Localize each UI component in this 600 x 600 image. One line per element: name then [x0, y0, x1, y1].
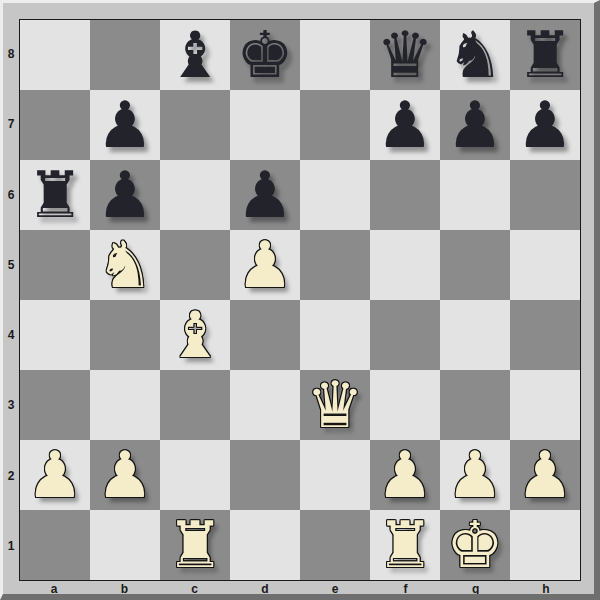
- square-d4[interactable]: [230, 300, 300, 370]
- square-h4[interactable]: [510, 300, 580, 370]
- square-a1[interactable]: [20, 510, 90, 580]
- file-label-d: d: [230, 582, 300, 595]
- square-d8[interactable]: ♚: [230, 20, 300, 90]
- square-b8[interactable]: [90, 20, 160, 90]
- square-h2[interactable]: ♟: [510, 440, 580, 510]
- square-a5[interactable]: [20, 230, 90, 300]
- square-d1[interactable]: [230, 510, 300, 580]
- square-f4[interactable]: [370, 300, 440, 370]
- piece-black-queen[interactable]: ♛: [376, 20, 433, 90]
- piece-white-pawn[interactable]: ♟: [236, 230, 293, 300]
- piece-black-pawn[interactable]: ♟: [96, 160, 153, 230]
- square-g3[interactable]: [440, 370, 510, 440]
- piece-black-pawn[interactable]: ♟: [376, 90, 433, 160]
- square-c8[interactable]: ♝: [160, 20, 230, 90]
- file-label-c: c: [160, 582, 230, 595]
- square-e1[interactable]: [300, 510, 370, 580]
- piece-black-knight[interactable]: ♞: [446, 20, 503, 90]
- square-c3[interactable]: [160, 370, 230, 440]
- piece-black-pawn[interactable]: ♟: [236, 160, 293, 230]
- square-g8[interactable]: ♞: [440, 20, 510, 90]
- piece-black-bishop[interactable]: ♝: [166, 20, 223, 90]
- rank-labels: 87654321: [3, 19, 19, 581]
- square-b4[interactable]: [90, 300, 160, 370]
- square-d5[interactable]: ♟: [230, 230, 300, 300]
- file-label-g: g: [441, 582, 511, 595]
- rank-label-3: 3: [3, 370, 19, 440]
- rank-label-4: 4: [3, 300, 19, 370]
- square-a2[interactable]: ♟: [20, 440, 90, 510]
- square-g1[interactable]: ♚: [440, 510, 510, 580]
- piece-white-queen[interactable]: ♛: [306, 370, 363, 440]
- square-d2[interactable]: [230, 440, 300, 510]
- square-c5[interactable]: [160, 230, 230, 300]
- piece-white-pawn[interactable]: ♟: [376, 440, 433, 510]
- square-h5[interactable]: [510, 230, 580, 300]
- square-g7[interactable]: ♟: [440, 90, 510, 160]
- piece-black-pawn[interactable]: ♟: [446, 90, 503, 160]
- square-a7[interactable]: [20, 90, 90, 160]
- piece-white-bishop[interactable]: ♝: [166, 300, 223, 370]
- square-c4[interactable]: ♝: [160, 300, 230, 370]
- rank-label-5: 5: [3, 230, 19, 300]
- square-h3[interactable]: [510, 370, 580, 440]
- square-b1[interactable]: [90, 510, 160, 580]
- file-label-e: e: [300, 582, 370, 595]
- square-g2[interactable]: ♟: [440, 440, 510, 510]
- square-e2[interactable]: [300, 440, 370, 510]
- square-b7[interactable]: ♟: [90, 90, 160, 160]
- piece-white-pawn[interactable]: ♟: [26, 440, 83, 510]
- square-a3[interactable]: [20, 370, 90, 440]
- square-b2[interactable]: ♟: [90, 440, 160, 510]
- piece-black-rook[interactable]: ♜: [26, 160, 83, 230]
- square-a4[interactable]: [20, 300, 90, 370]
- square-d7[interactable]: [230, 90, 300, 160]
- square-h8[interactable]: ♜: [510, 20, 580, 90]
- file-label-h: h: [511, 582, 581, 595]
- piece-white-pawn[interactable]: ♟: [96, 440, 153, 510]
- square-e7[interactable]: [300, 90, 370, 160]
- square-g6[interactable]: [440, 160, 510, 230]
- square-g4[interactable]: [440, 300, 510, 370]
- square-b3[interactable]: [90, 370, 160, 440]
- file-label-f: f: [370, 582, 440, 595]
- piece-black-king[interactable]: ♚: [236, 20, 293, 90]
- piece-white-rook[interactable]: ♜: [376, 510, 433, 580]
- square-b5[interactable]: ♞: [90, 230, 160, 300]
- piece-black-pawn[interactable]: ♟: [516, 90, 573, 160]
- rank-label-7: 7: [3, 89, 19, 159]
- piece-white-rook[interactable]: ♜: [166, 510, 223, 580]
- square-f2[interactable]: ♟: [370, 440, 440, 510]
- square-e4[interactable]: [300, 300, 370, 370]
- file-label-b: b: [89, 582, 159, 595]
- square-h6[interactable]: [510, 160, 580, 230]
- square-c7[interactable]: [160, 90, 230, 160]
- square-a6[interactable]: ♜: [20, 160, 90, 230]
- square-f1[interactable]: ♜: [370, 510, 440, 580]
- file-labels: abcdefgh: [19, 582, 581, 595]
- square-h7[interactable]: ♟: [510, 90, 580, 160]
- square-d3[interactable]: [230, 370, 300, 440]
- piece-black-pawn[interactable]: ♟: [96, 90, 153, 160]
- chess-board-frame: 87654321 ♝♚♛♞♜♟♟♟♟♜♟♟♞♟♝♛♟♟♟♟♟♜♜♚ abcdef…: [0, 0, 600, 600]
- square-g5[interactable]: [440, 230, 510, 300]
- file-label-a: a: [19, 582, 89, 595]
- rank-label-2: 2: [3, 441, 19, 511]
- piece-black-rook[interactable]: ♜: [516, 20, 573, 90]
- square-b6[interactable]: ♟: [90, 160, 160, 230]
- square-f7[interactable]: ♟: [370, 90, 440, 160]
- square-a8[interactable]: [20, 20, 90, 90]
- piece-white-pawn[interactable]: ♟: [516, 440, 573, 510]
- square-e8[interactable]: [300, 20, 370, 90]
- rank-label-1: 1: [3, 511, 19, 581]
- square-f5[interactable]: [370, 230, 440, 300]
- piece-white-pawn[interactable]: ♟: [446, 440, 503, 510]
- piece-white-knight[interactable]: ♞: [96, 230, 153, 300]
- square-c6[interactable]: [160, 160, 230, 230]
- square-h1[interactable]: [510, 510, 580, 580]
- rank-label-6: 6: [3, 160, 19, 230]
- square-e6[interactable]: [300, 160, 370, 230]
- square-e5[interactable]: [300, 230, 370, 300]
- square-c2[interactable]: [160, 440, 230, 510]
- square-f6[interactable]: [370, 160, 440, 230]
- square-c1[interactable]: ♜: [160, 510, 230, 580]
- rank-label-8: 8: [3, 19, 19, 89]
- square-d6[interactable]: ♟: [230, 160, 300, 230]
- square-f8[interactable]: ♛: [370, 20, 440, 90]
- chess-board[interactable]: ♝♚♛♞♜♟♟♟♟♜♟♟♞♟♝♛♟♟♟♟♟♜♜♚: [19, 19, 581, 581]
- square-f3[interactable]: [370, 370, 440, 440]
- square-e3[interactable]: ♛: [300, 370, 370, 440]
- piece-white-king[interactable]: ♚: [446, 510, 503, 580]
